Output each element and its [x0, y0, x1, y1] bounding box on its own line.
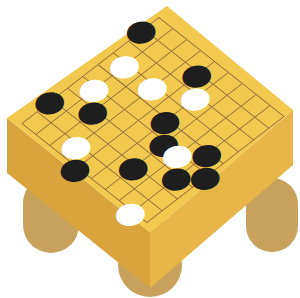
goban-illustration: ●●●●●●●●●●●●●●●●●●	[0, 0, 300, 298]
